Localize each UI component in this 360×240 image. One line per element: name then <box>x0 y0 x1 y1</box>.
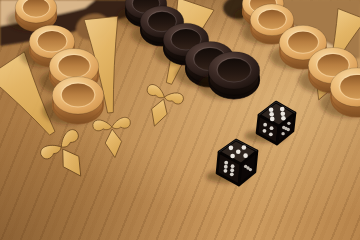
die-black[interactable] <box>206 140 257 185</box>
backgammon-board-photo <box>0 0 360 240</box>
board-scene <box>0 0 360 240</box>
die-black[interactable] <box>245 102 295 144</box>
